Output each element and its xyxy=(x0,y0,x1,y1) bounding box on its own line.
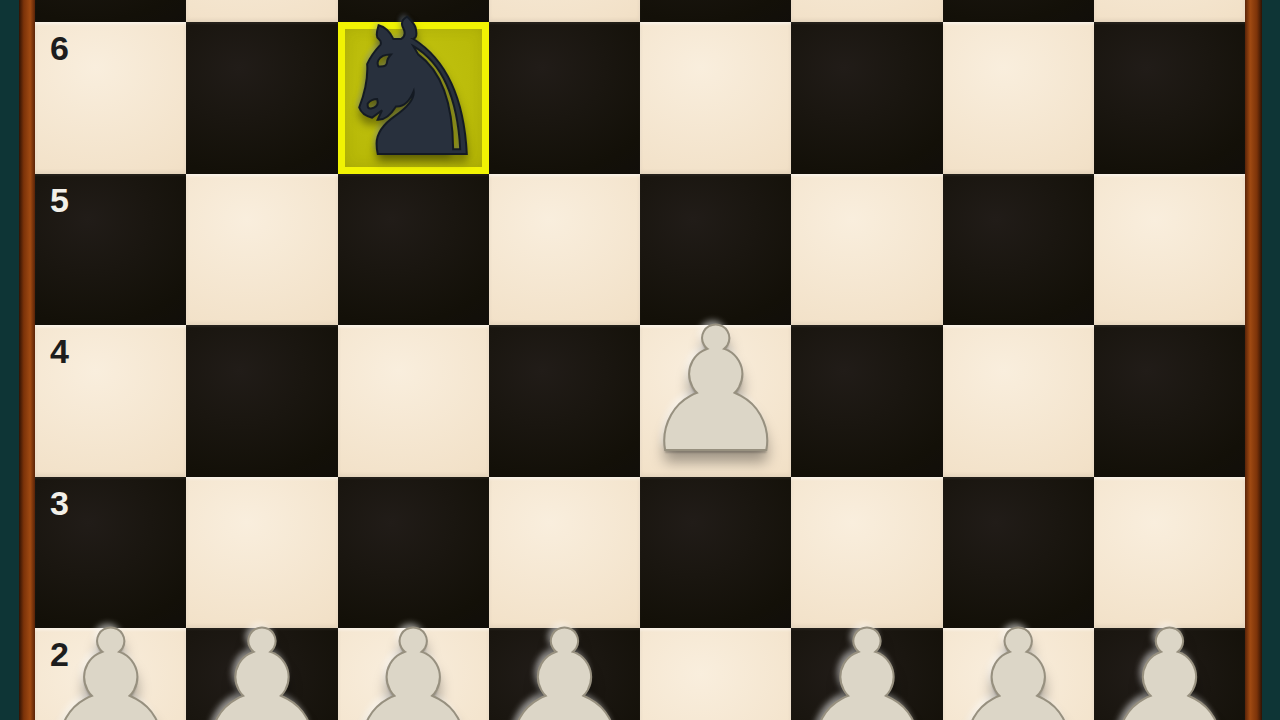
rank-label-6: 6 xyxy=(50,31,69,65)
square-b7[interactable] xyxy=(186,0,337,22)
square-b5[interactable] xyxy=(186,174,337,326)
square-b6[interactable] xyxy=(186,22,337,174)
square-e4[interactable]: ♟ xyxy=(640,325,791,477)
white-pawn[interactable]: ♟ xyxy=(941,607,1095,720)
white-pawn[interactable]: ♟ xyxy=(185,607,339,720)
square-f2[interactable]: ♟ xyxy=(791,628,942,720)
square-g5[interactable] xyxy=(943,174,1094,326)
rank-label-4: 4 xyxy=(50,334,69,368)
square-c4[interactable] xyxy=(338,325,489,477)
rank-label-5: 5 xyxy=(50,183,69,217)
square-h6[interactable] xyxy=(1094,22,1245,174)
white-pawn[interactable]: ♟ xyxy=(34,607,188,720)
square-a7[interactable]: 7 xyxy=(35,0,186,22)
square-g2[interactable]: ♟ xyxy=(943,628,1094,720)
square-f4[interactable] xyxy=(791,325,942,477)
square-b4[interactable] xyxy=(186,325,337,477)
square-b2[interactable]: ♟ xyxy=(186,628,337,720)
square-a2[interactable]: 2♟ xyxy=(35,628,186,720)
square-e3[interactable] xyxy=(640,477,791,629)
square-c2[interactable]: ♟ xyxy=(338,628,489,720)
white-pawn[interactable]: ♟ xyxy=(1092,607,1246,720)
square-g4[interactable] xyxy=(943,325,1094,477)
square-h7[interactable] xyxy=(1094,0,1245,22)
square-g7[interactable] xyxy=(943,0,1094,22)
square-e6[interactable] xyxy=(640,22,791,174)
white-pawn[interactable]: ♟ xyxy=(336,607,490,720)
square-d6[interactable] xyxy=(489,22,640,174)
square-e2[interactable] xyxy=(640,628,791,720)
square-a6[interactable]: 6 xyxy=(35,22,186,174)
square-d5[interactable] xyxy=(489,174,640,326)
square-f5[interactable] xyxy=(791,174,942,326)
square-c6[interactable]: ♞ xyxy=(338,22,489,174)
chess-board: 876♞54♟32♟♟♟♟♟♟♟1 xyxy=(35,0,1245,720)
square-h5[interactable] xyxy=(1094,174,1245,326)
square-h2[interactable]: ♟ xyxy=(1094,628,1245,720)
square-g6[interactable] xyxy=(943,22,1094,174)
square-a5[interactable]: 5 xyxy=(35,174,186,326)
white-pawn[interactable]: ♟ xyxy=(487,607,641,720)
square-f7[interactable] xyxy=(791,0,942,22)
white-pawn[interactable]: ♟ xyxy=(639,304,793,476)
black-knight[interactable]: ♞ xyxy=(329,0,498,182)
square-h4[interactable] xyxy=(1094,325,1245,477)
board-frame-right xyxy=(1245,0,1262,720)
square-d2[interactable]: ♟ xyxy=(489,628,640,720)
square-d7[interactable] xyxy=(489,0,640,22)
white-pawn[interactable]: ♟ xyxy=(790,607,944,720)
rank-label-3: 3 xyxy=(50,486,69,520)
square-d4[interactable] xyxy=(489,325,640,477)
chess-app-screen: 876♞54♟32♟♟♟♟♟♟♟1 xyxy=(0,0,1280,720)
square-f6[interactable] xyxy=(791,22,942,174)
square-a4[interactable]: 4 xyxy=(35,325,186,477)
square-e7[interactable] xyxy=(640,0,791,22)
